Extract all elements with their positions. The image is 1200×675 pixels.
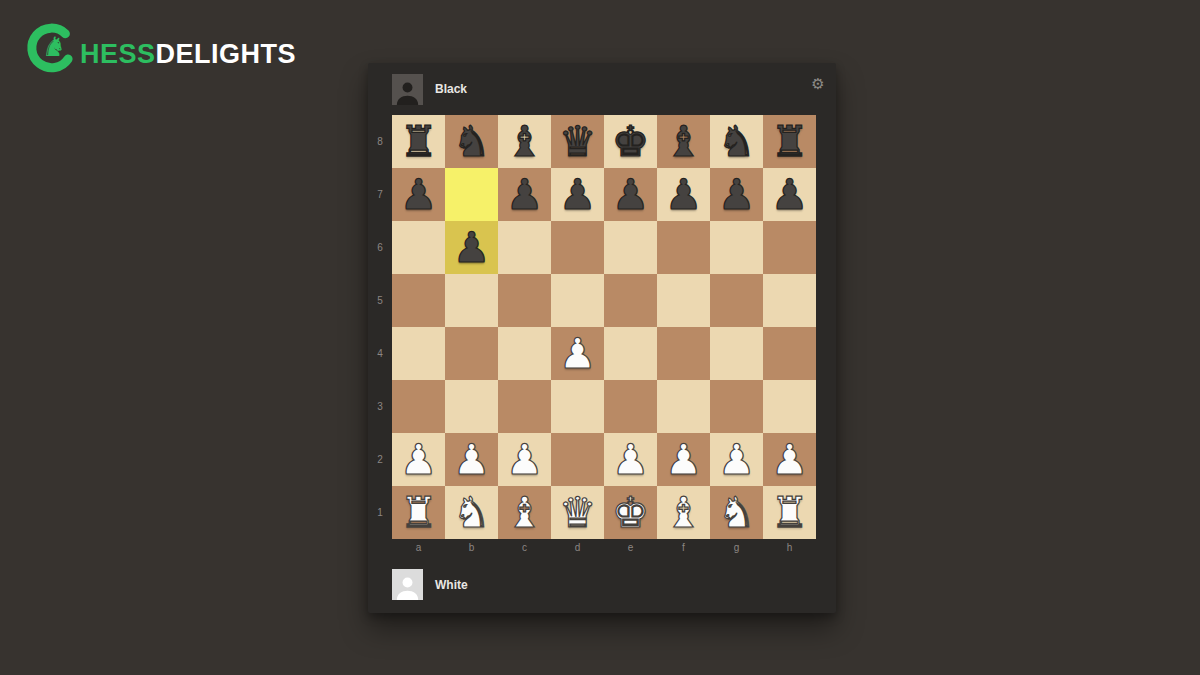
person-icon	[394, 78, 421, 105]
file-label-d: d	[551, 542, 604, 553]
black-pawn-h7[interactable]: ♟	[763, 168, 816, 221]
square-e4[interactable]	[604, 327, 657, 380]
square-a7[interactable]: ♟	[392, 168, 445, 221]
square-h7[interactable]: ♟	[763, 168, 816, 221]
square-h5[interactable]	[763, 274, 816, 327]
file-label-c: c	[498, 542, 551, 553]
rank-label-6: 6	[368, 221, 392, 274]
square-h8[interactable]: ♜	[763, 115, 816, 168]
black-knight-b8[interactable]: ♞	[445, 115, 498, 168]
square-a4[interactable]	[392, 327, 445, 380]
square-c3[interactable]	[498, 380, 551, 433]
square-f3[interactable]	[657, 380, 710, 433]
white-pawn-e2[interactable]: ♟	[604, 433, 657, 486]
square-c6[interactable]	[498, 221, 551, 274]
square-c1[interactable]: ♝	[498, 486, 551, 539]
square-c5[interactable]	[498, 274, 551, 327]
rank-label-7: 7	[368, 168, 392, 221]
black-pawn-e7[interactable]: ♟	[604, 168, 657, 221]
square-f7[interactable]: ♟	[657, 168, 710, 221]
square-b6[interactable]: ♟	[445, 221, 498, 274]
square-d5[interactable]	[551, 274, 604, 327]
file-label-f: f	[657, 542, 710, 553]
file-label-b: b	[445, 542, 498, 553]
file-labels: abcdefgh	[392, 539, 816, 556]
white-pawn-f2[interactable]: ♟	[657, 433, 710, 486]
brand-text-chess: HESS	[80, 39, 156, 69]
square-g6[interactable]	[710, 221, 763, 274]
white-pawn-d4[interactable]: ♟	[551, 327, 604, 380]
chess-board[interactable]: ♜♞♝♛♚♝♞♜♟♟♟♟♟♟♟♟♟♟♟♟♟♟♟♟♜♞♝♛♚♝♞♜	[392, 115, 816, 539]
square-e2[interactable]: ♟	[604, 433, 657, 486]
square-f2[interactable]: ♟	[657, 433, 710, 486]
square-g4[interactable]	[710, 327, 763, 380]
square-h2[interactable]: ♟	[763, 433, 816, 486]
player-bar-white: White	[368, 556, 836, 613]
square-d6[interactable]	[551, 221, 604, 274]
square-d7[interactable]: ♟	[551, 168, 604, 221]
square-b3[interactable]	[445, 380, 498, 433]
square-g3[interactable]	[710, 380, 763, 433]
square-c8[interactable]: ♝	[498, 115, 551, 168]
avatar-black[interactable]	[392, 74, 423, 105]
square-a2[interactable]: ♟	[392, 433, 445, 486]
white-bishop-c1[interactable]: ♝	[498, 486, 551, 539]
square-b2[interactable]: ♟	[445, 433, 498, 486]
file-label-e: e	[604, 542, 657, 553]
black-pawn-a7[interactable]: ♟	[392, 168, 445, 221]
rank-label-5: 5	[368, 274, 392, 327]
square-b8[interactable]: ♞	[445, 115, 498, 168]
knight-c-icon: ♞	[24, 22, 78, 76]
white-rook-a1[interactable]: ♜	[392, 486, 445, 539]
square-a3[interactable]	[392, 380, 445, 433]
square-c4[interactable]	[498, 327, 551, 380]
white-pawn-g2[interactable]: ♟	[710, 433, 763, 486]
square-a8[interactable]: ♜	[392, 115, 445, 168]
brand-logo: ♞ HESSDELIGHTS	[24, 22, 296, 76]
black-knight-g8[interactable]: ♞	[710, 115, 763, 168]
square-b7[interactable]	[445, 168, 498, 221]
white-pawn-a2[interactable]: ♟	[392, 433, 445, 486]
black-bishop-f8[interactable]: ♝	[657, 115, 710, 168]
black-pawn-g7[interactable]: ♟	[710, 168, 763, 221]
square-d1[interactable]: ♛	[551, 486, 604, 539]
white-king-e1[interactable]: ♚	[604, 486, 657, 539]
avatar-white[interactable]	[392, 569, 423, 600]
game-panel: Black ⚙ 87654321 ♜♞♝♛♚♝♞♜♟♟♟♟♟♟♟♟♟♟♟♟♟♟♟…	[368, 63, 836, 613]
file-label-a: a	[392, 542, 445, 553]
black-rook-a8[interactable]: ♜	[392, 115, 445, 168]
black-bishop-c8[interactable]: ♝	[498, 115, 551, 168]
square-d2[interactable]	[551, 433, 604, 486]
black-queen-d8[interactable]: ♛	[551, 115, 604, 168]
svg-text:♞: ♞	[42, 31, 66, 62]
square-a1[interactable]: ♜	[392, 486, 445, 539]
brand-text: HESSDELIGHTS	[80, 39, 296, 70]
square-f5[interactable]	[657, 274, 710, 327]
white-queen-d1[interactable]: ♛	[551, 486, 604, 539]
black-pawn-d7[interactable]: ♟	[551, 168, 604, 221]
square-g8[interactable]: ♞	[710, 115, 763, 168]
square-b4[interactable]	[445, 327, 498, 380]
black-pawn-f7[interactable]: ♟	[657, 168, 710, 221]
square-h3[interactable]	[763, 380, 816, 433]
square-a5[interactable]	[392, 274, 445, 327]
square-e1[interactable]: ♚	[604, 486, 657, 539]
rank-labels: 87654321	[368, 115, 392, 539]
square-d4[interactable]: ♟	[551, 327, 604, 380]
square-h1[interactable]: ♜	[763, 486, 816, 539]
white-rook-h1[interactable]: ♜	[763, 486, 816, 539]
chess-board-wrap: 87654321 ♜♞♝♛♚♝♞♜♟♟♟♟♟♟♟♟♟♟♟♟♟♟♟♟♜♞♝♛♚♝♞…	[392, 115, 816, 539]
square-d3[interactable]	[551, 380, 604, 433]
person-icon	[394, 573, 421, 600]
rank-label-1: 1	[368, 486, 392, 539]
white-knight-b1[interactable]: ♞	[445, 486, 498, 539]
white-bishop-f1[interactable]: ♝	[657, 486, 710, 539]
square-f8[interactable]: ♝	[657, 115, 710, 168]
black-king-e8[interactable]: ♚	[604, 115, 657, 168]
square-b1[interactable]: ♞	[445, 486, 498, 539]
square-b5[interactable]	[445, 274, 498, 327]
black-rook-h8[interactable]: ♜	[763, 115, 816, 168]
square-f1[interactable]: ♝	[657, 486, 710, 539]
square-h6[interactable]	[763, 221, 816, 274]
rank-label-4: 4	[368, 327, 392, 380]
square-e8[interactable]: ♚	[604, 115, 657, 168]
player-name-black: Black	[435, 82, 467, 96]
player-bar-black: Black ⚙	[368, 63, 836, 115]
settings-gear-icon[interactable]: ⚙	[809, 75, 827, 93]
rank-label-2: 2	[368, 433, 392, 486]
square-e7[interactable]: ♟	[604, 168, 657, 221]
white-knight-g1[interactable]: ♞	[710, 486, 763, 539]
brand-text-delights: DELIGHTS	[156, 39, 297, 69]
player-name-white: White	[435, 578, 468, 592]
square-c2[interactable]: ♟	[498, 433, 551, 486]
square-g1[interactable]: ♞	[710, 486, 763, 539]
square-e6[interactable]	[604, 221, 657, 274]
square-c7[interactable]: ♟	[498, 168, 551, 221]
rank-label-8: 8	[368, 115, 392, 168]
black-pawn-c7[interactable]: ♟	[498, 168, 551, 221]
square-g7[interactable]: ♟	[710, 168, 763, 221]
square-f4[interactable]	[657, 327, 710, 380]
file-label-h: h	[763, 542, 816, 553]
rank-label-3: 3	[368, 380, 392, 433]
square-f6[interactable]	[657, 221, 710, 274]
white-pawn-b2[interactable]: ♟	[445, 433, 498, 486]
white-pawn-h2[interactable]: ♟	[763, 433, 816, 486]
square-e3[interactable]	[604, 380, 657, 433]
square-d8[interactable]: ♛	[551, 115, 604, 168]
square-a6[interactable]	[392, 221, 445, 274]
square-g2[interactable]: ♟	[710, 433, 763, 486]
square-h4[interactable]	[763, 327, 816, 380]
white-pawn-c2[interactable]: ♟	[498, 433, 551, 486]
square-e5[interactable]	[604, 274, 657, 327]
file-label-g: g	[710, 542, 763, 553]
black-pawn-b6[interactable]: ♟	[445, 221, 498, 274]
square-g5[interactable]	[710, 274, 763, 327]
